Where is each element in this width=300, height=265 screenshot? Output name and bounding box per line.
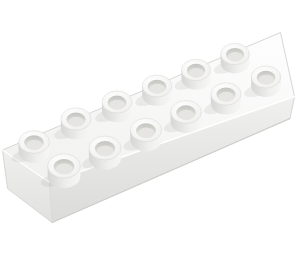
stud-hole-floor xyxy=(97,145,113,156)
stud-hole-floor xyxy=(189,68,204,78)
stud-hole-floor xyxy=(259,75,274,85)
stud-hole-floor xyxy=(150,84,165,94)
duplo-plate-render xyxy=(0,0,300,265)
stud-hole-floor xyxy=(69,117,85,127)
stud-hole-floor xyxy=(228,52,243,62)
stud-hole-floor xyxy=(219,92,235,102)
stud-hole-floor xyxy=(56,163,73,174)
stud-hole-floor xyxy=(178,110,194,120)
product-image xyxy=(0,0,300,265)
stud-hole-floor xyxy=(26,140,42,150)
stud-hole-floor xyxy=(138,128,154,139)
stud-hole-floor xyxy=(110,100,125,110)
